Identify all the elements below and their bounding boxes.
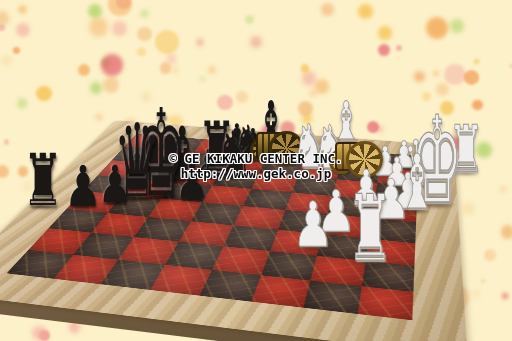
background-speckle: [500, 187, 505, 192]
background-speckle: [4, 139, 9, 144]
board-square: [357, 286, 413, 320]
background-speckle: [476, 142, 492, 158]
chess-scene: ♜♟♟♟♛♚♟♝♟♟♜♞♟♞♟♝♞♞♝♟♟♟♜♟♟♟♟♟♝♛♚♜ © GE KI…: [0, 0, 512, 341]
background-speckle: [474, 59, 479, 64]
background-speckle: [17, 98, 28, 109]
board-square: [303, 280, 361, 314]
background-speckle: [481, 279, 485, 283]
background-speckle: [1, 55, 12, 66]
background-speckle: [0, 165, 9, 178]
background-speckle: [484, 249, 496, 261]
background-speckle: [464, 70, 479, 85]
background-speckle: [472, 100, 482, 110]
background-speckle: [16, 23, 30, 37]
background-speckle: [0, 11, 9, 25]
background-speckle: [13, 47, 20, 54]
background-speckle: [462, 202, 475, 215]
board-square: [251, 275, 311, 308]
background-speckle: [18, 166, 29, 177]
background-speckle: [24, 183, 31, 190]
board-border: [0, 121, 468, 341]
background-speckle: [502, 293, 508, 299]
background-speckle: [19, 6, 26, 13]
background-speckle: [501, 225, 512, 239]
board-grid: [7, 134, 419, 320]
chess-board: [33, 0, 453, 341]
